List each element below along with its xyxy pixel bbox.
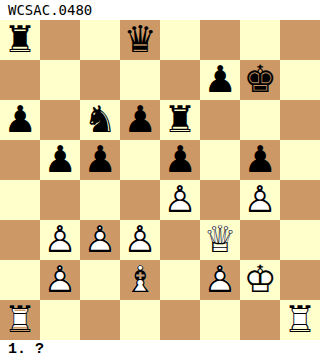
square-d5[interactable] <box>120 140 160 180</box>
square-f8[interactable] <box>200 20 240 60</box>
white-pawn-icon: ♟♙ <box>120 220 160 260</box>
square-c1[interactable] <box>80 300 120 340</box>
square-b4[interactable] <box>40 180 80 220</box>
square-b3[interactable]: ♟♙ <box>40 220 80 260</box>
black-pawn-icon: ♟ <box>240 140 280 180</box>
black-pawn-icon: ♟ <box>80 140 120 180</box>
square-d7[interactable] <box>120 60 160 100</box>
white-pawn-icon: ♟♙ <box>240 180 280 220</box>
white-bishop-icon: ♝♗ <box>120 260 160 300</box>
square-b6[interactable] <box>40 100 80 140</box>
square-e4[interactable]: ♟♙ <box>160 180 200 220</box>
square-e3[interactable] <box>160 220 200 260</box>
square-f3[interactable]: ♛♕ <box>200 220 240 260</box>
square-a5[interactable] <box>0 140 40 180</box>
black-rook-icon: ♜ <box>0 20 40 60</box>
square-h6[interactable] <box>280 100 320 140</box>
square-e6[interactable]: ♜ <box>160 100 200 140</box>
square-d2[interactable]: ♝♗ <box>120 260 160 300</box>
square-e5[interactable]: ♟ <box>160 140 200 180</box>
puzzle-title: WCSAC.0480 <box>0 0 320 20</box>
square-h3[interactable] <box>280 220 320 260</box>
square-f2[interactable]: ♟♙ <box>200 260 240 300</box>
white-pawn-icon: ♟♙ <box>80 220 120 260</box>
square-g4[interactable]: ♟♙ <box>240 180 280 220</box>
black-pawn-icon: ♟ <box>0 100 40 140</box>
square-f4[interactable] <box>200 180 240 220</box>
square-b7[interactable] <box>40 60 80 100</box>
square-e2[interactable] <box>160 260 200 300</box>
white-pawn-icon: ♟♙ <box>40 220 80 260</box>
square-d1[interactable] <box>120 300 160 340</box>
square-a1[interactable]: ♜♖ <box>0 300 40 340</box>
square-g6[interactable] <box>240 100 280 140</box>
chess-board: ♜♛♟♚♟♞♟♜♟♟♟♟♟♙♟♙♟♙♟♙♟♙♛♕♟♙♝♗♟♙♚♔♜♖♜♖ <box>0 20 320 340</box>
square-f5[interactable] <box>200 140 240 180</box>
square-e1[interactable] <box>160 300 200 340</box>
square-b5[interactable]: ♟ <box>40 140 80 180</box>
black-rook-icon: ♜ <box>160 100 200 140</box>
square-g3[interactable] <box>240 220 280 260</box>
white-rook-icon: ♜♖ <box>0 300 40 340</box>
square-g5[interactable]: ♟ <box>240 140 280 180</box>
square-f1[interactable] <box>200 300 240 340</box>
black-pawn-icon: ♟ <box>160 140 200 180</box>
black-king-icon: ♚ <box>240 60 280 100</box>
white-pawn-icon: ♟♙ <box>160 180 200 220</box>
square-a7[interactable] <box>0 60 40 100</box>
square-h5[interactable] <box>280 140 320 180</box>
square-f7[interactable]: ♟ <box>200 60 240 100</box>
black-pawn-icon: ♟ <box>200 60 240 100</box>
square-c8[interactable] <box>80 20 120 60</box>
square-f6[interactable] <box>200 100 240 140</box>
square-g1[interactable] <box>240 300 280 340</box>
square-h4[interactable] <box>280 180 320 220</box>
square-c3[interactable]: ♟♙ <box>80 220 120 260</box>
black-pawn-icon: ♟ <box>120 100 160 140</box>
square-b8[interactable] <box>40 20 80 60</box>
square-d6[interactable]: ♟ <box>120 100 160 140</box>
square-b1[interactable] <box>40 300 80 340</box>
white-queen-icon: ♛♕ <box>200 220 240 260</box>
square-c7[interactable] <box>80 60 120 100</box>
black-queen-icon: ♛ <box>120 20 160 60</box>
black-knight-icon: ♞ <box>80 100 120 140</box>
square-h2[interactable] <box>280 260 320 300</box>
square-d3[interactable]: ♟♙ <box>120 220 160 260</box>
white-king-icon: ♚♔ <box>240 260 280 300</box>
square-c6[interactable]: ♞ <box>80 100 120 140</box>
white-pawn-icon: ♟♙ <box>200 260 240 300</box>
black-pawn-icon: ♟ <box>40 140 80 180</box>
square-c5[interactable]: ♟ <box>80 140 120 180</box>
square-c2[interactable] <box>80 260 120 300</box>
square-h1[interactable]: ♜♖ <box>280 300 320 340</box>
white-pawn-icon: ♟♙ <box>40 260 80 300</box>
square-a2[interactable] <box>0 260 40 300</box>
square-h8[interactable] <box>280 20 320 60</box>
square-e7[interactable] <box>160 60 200 100</box>
square-e8[interactable] <box>160 20 200 60</box>
square-g2[interactable]: ♚♔ <box>240 260 280 300</box>
square-h7[interactable] <box>280 60 320 100</box>
square-c4[interactable] <box>80 180 120 220</box>
square-a6[interactable]: ♟ <box>0 100 40 140</box>
move-prompt: 1. ? <box>0 340 320 360</box>
square-a4[interactable] <box>0 180 40 220</box>
square-b2[interactable]: ♟♙ <box>40 260 80 300</box>
square-a3[interactable] <box>0 220 40 260</box>
square-a8[interactable]: ♜ <box>0 20 40 60</box>
square-g7[interactable]: ♚ <box>240 60 280 100</box>
square-g8[interactable] <box>240 20 280 60</box>
white-rook-icon: ♜♖ <box>280 300 320 340</box>
square-d4[interactable] <box>120 180 160 220</box>
square-d8[interactable]: ♛ <box>120 20 160 60</box>
